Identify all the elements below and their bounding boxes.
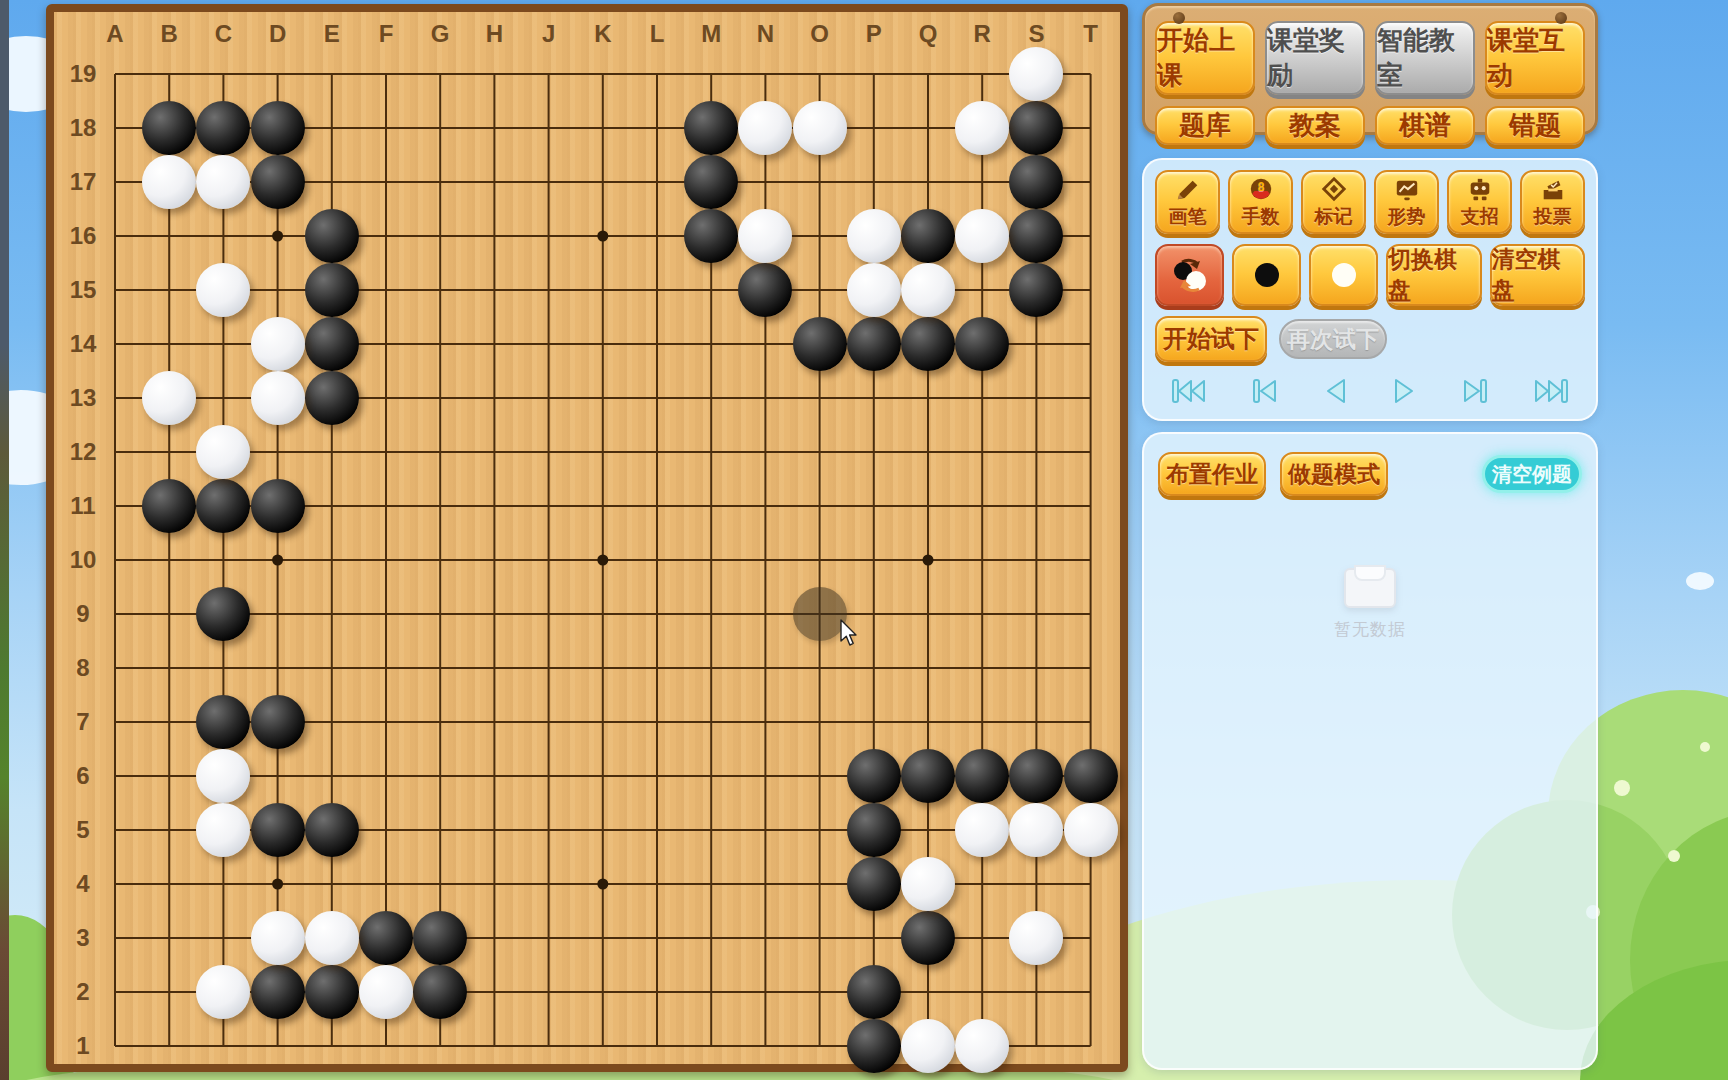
go-first-icon[interactable] xyxy=(1169,374,1209,408)
black-stone-E13 xyxy=(305,371,359,425)
black-stone-D7 xyxy=(251,695,305,749)
row-label: 1 xyxy=(76,1032,89,1060)
white-stone-N16 xyxy=(738,209,792,263)
white-stone-C6 xyxy=(196,749,250,803)
tool-label: 投票 xyxy=(1534,204,1572,230)
white-stone-S3 xyxy=(1009,911,1063,965)
territory-icon xyxy=(1393,177,1421,203)
row-label: 8 xyxy=(76,654,89,682)
column-label: G xyxy=(431,20,450,48)
screen-edge-strip xyxy=(0,0,9,1080)
switch-board-button[interactable]: 切换棋盘 xyxy=(1386,244,1482,306)
white-stone-D14 xyxy=(251,317,305,371)
column-label: F xyxy=(379,20,394,48)
empty-state-text: 暂无数据 xyxy=(1334,618,1406,641)
white-stone-R5 xyxy=(955,803,1009,857)
black-stone-C11 xyxy=(196,479,250,533)
vote-tool-button[interactable]: 投票 xyxy=(1520,170,1585,234)
move-number-tool-button[interactable]: 8 手数 xyxy=(1228,170,1293,234)
black-stone-S15 xyxy=(1009,263,1063,317)
black-stone-P4 xyxy=(847,857,901,911)
column-label: M xyxy=(701,20,721,48)
star-point xyxy=(597,231,608,242)
white-stone-F2 xyxy=(359,965,413,1019)
black-stone-S16 xyxy=(1009,209,1063,263)
game-record-button[interactable]: 棋谱 xyxy=(1375,106,1475,145)
column-label: Q xyxy=(919,20,938,48)
white-stone-B13 xyxy=(142,371,196,425)
step-forward-icon[interactable] xyxy=(1390,374,1418,408)
star-point xyxy=(597,879,608,890)
pencil-icon xyxy=(1174,177,1202,203)
black-stone-M17 xyxy=(684,155,738,209)
black-stone-C9 xyxy=(196,587,250,641)
tool-label: 画笔 xyxy=(1169,204,1207,230)
homework-panel: 布置作业 做题模式 清空例题 暂无数据 xyxy=(1142,432,1598,1070)
black-stone-T6 xyxy=(1064,749,1118,803)
column-label: H xyxy=(486,20,503,48)
row-label: 4 xyxy=(76,870,89,898)
tool-label: 形势 xyxy=(1388,204,1426,230)
black-stone-G2 xyxy=(413,965,467,1019)
white-stone-Q4 xyxy=(901,857,955,911)
black-stone-O14 xyxy=(793,317,847,371)
column-label: J xyxy=(542,20,555,48)
white-stone-C12 xyxy=(196,425,250,479)
white-stone-P16 xyxy=(847,209,901,263)
column-label: K xyxy=(594,20,611,48)
black-stone-B18 xyxy=(142,101,196,155)
start-trial-button[interactable]: 开始试下 xyxy=(1155,316,1267,362)
black-stone-S6 xyxy=(1009,749,1063,803)
column-label: B xyxy=(161,20,178,48)
white-stone-D13 xyxy=(251,371,305,425)
white-stone-R1 xyxy=(955,1019,1009,1073)
column-label: S xyxy=(1028,20,1044,48)
column-label: L xyxy=(650,20,665,48)
white-stone-R16 xyxy=(955,209,1009,263)
white-stone-B17 xyxy=(142,155,196,209)
black-stone-S18 xyxy=(1009,101,1063,155)
hint-tool-button[interactable]: 支招 xyxy=(1447,170,1512,234)
tool-label: 标记 xyxy=(1315,204,1353,230)
pencil-tool-button[interactable]: 画笔 xyxy=(1155,170,1220,234)
star-point xyxy=(597,555,608,566)
black-stone-P2 xyxy=(847,965,901,1019)
row-label: 9 xyxy=(76,600,89,628)
black-stone-P14 xyxy=(847,317,901,371)
retry-trial-button[interactable]: 再次试下 xyxy=(1279,319,1387,359)
black-stone-Q14 xyxy=(901,317,955,371)
row-label: 7 xyxy=(76,708,89,736)
white-stone-T5 xyxy=(1064,803,1118,857)
black-stone-D2 xyxy=(251,965,305,1019)
svg-text:8: 8 xyxy=(1257,180,1264,194)
black-stone-E16 xyxy=(305,209,359,263)
territory-tool-button[interactable]: 形势 xyxy=(1374,170,1439,234)
white-stone-Q1 xyxy=(901,1019,955,1073)
white-stone-C5 xyxy=(196,803,250,857)
nail-icon xyxy=(1173,12,1185,24)
row-label: 16 xyxy=(70,222,97,250)
assign-homework-button[interactable]: 布置作业 xyxy=(1158,452,1266,496)
hint-robot-icon xyxy=(1466,177,1494,203)
class-reward-button[interactable]: 课堂奖励 xyxy=(1265,21,1365,95)
white-stone-C17 xyxy=(196,155,250,209)
black-stone-P5 xyxy=(847,803,901,857)
clear-board-button[interactable]: 清空棋盘 xyxy=(1490,244,1586,306)
vote-icon xyxy=(1539,177,1567,203)
row-label: 15 xyxy=(70,276,97,304)
mouse-cursor xyxy=(836,618,862,648)
black-stone-R14 xyxy=(955,317,1009,371)
black-stone-D17 xyxy=(251,155,305,209)
white-stone-C15 xyxy=(196,263,250,317)
column-label: E xyxy=(324,20,340,48)
black-stone-E15 xyxy=(305,263,359,317)
white-stone-S5 xyxy=(1009,803,1063,857)
row-label: 17 xyxy=(70,168,97,196)
star-point xyxy=(272,879,283,890)
mark-icon xyxy=(1320,177,1348,203)
practice-mode-button[interactable]: 做题模式 xyxy=(1280,452,1388,496)
tool-label: 支招 xyxy=(1461,204,1499,230)
black-stone-C7 xyxy=(196,695,250,749)
alternate-stone-mode-button[interactable] xyxy=(1155,244,1224,306)
tools-panel: 画笔 8 手数 标记 形势 xyxy=(1142,158,1598,421)
black-stone-D18 xyxy=(251,101,305,155)
row-label: 11 xyxy=(70,492,95,520)
white-stone-O18 xyxy=(793,101,847,155)
black-stone-D11 xyxy=(251,479,305,533)
black-stone-B11 xyxy=(142,479,196,533)
column-label: A xyxy=(106,20,123,48)
cloud xyxy=(1686,572,1714,590)
black-stone-P6 xyxy=(847,749,901,803)
black-stone-M16 xyxy=(684,209,738,263)
black-stone-Q16 xyxy=(901,209,955,263)
alternate-stones-icon xyxy=(1170,255,1210,295)
black-stone-R6 xyxy=(955,749,1009,803)
class-panel: 开始上课 课堂奖励 智能教室 课堂互动 题库 教案 棋谱 错题 xyxy=(1142,3,1598,135)
column-label: D xyxy=(269,20,286,48)
tool-label: 手数 xyxy=(1242,204,1280,230)
row-label: 6 xyxy=(76,762,89,790)
go-next-icon[interactable] xyxy=(1459,374,1491,408)
white-stone-icon xyxy=(1328,259,1360,291)
white-stone-R18 xyxy=(955,101,1009,155)
white-stone-C2 xyxy=(196,965,250,1019)
black-stone-D5 xyxy=(251,803,305,857)
black-stone-S17 xyxy=(1009,155,1063,209)
black-stone-Q6 xyxy=(901,749,955,803)
row-label: 13 xyxy=(70,384,97,412)
column-label: R xyxy=(974,20,991,48)
black-stone-E14 xyxy=(305,317,359,371)
step-back-icon[interactable] xyxy=(1322,374,1350,408)
white-stone-Q15 xyxy=(901,263,955,317)
row-label: 10 xyxy=(70,546,97,574)
row-label: 14 xyxy=(70,330,97,358)
nail-icon xyxy=(1555,12,1567,24)
clear-examples-button[interactable]: 清空例题 xyxy=(1482,455,1582,493)
white-stone-mode-button[interactable] xyxy=(1309,244,1378,306)
row-label: 12 xyxy=(70,438,97,466)
black-stone-icon xyxy=(1251,259,1283,291)
go-prev-icon[interactable] xyxy=(1249,374,1281,408)
star-point xyxy=(923,555,934,566)
lesson-plan-button[interactable]: 教案 xyxy=(1265,106,1365,145)
column-label: T xyxy=(1083,20,1098,48)
black-stone-E5 xyxy=(305,803,359,857)
black-stone-Q3 xyxy=(901,911,955,965)
black-stone-mode-button[interactable] xyxy=(1232,244,1301,306)
black-stone-N15 xyxy=(738,263,792,317)
go-last-icon[interactable] xyxy=(1531,374,1571,408)
move-number-icon: 8 xyxy=(1247,177,1275,203)
column-label: C xyxy=(215,20,232,48)
column-label: N xyxy=(757,20,774,48)
go-teaching-app: { "game": "go", "board": { "size": 19, "… xyxy=(0,0,1728,1080)
smart-classroom-button[interactable]: 智能教室 xyxy=(1375,21,1475,95)
column-label: O xyxy=(810,20,829,48)
column-label: P xyxy=(866,20,882,48)
black-stone-C18 xyxy=(196,101,250,155)
white-stone-S19 xyxy=(1009,47,1063,101)
go-board[interactable]: ABCDEFGHJKLMNOPQRST191817161514131211109… xyxy=(46,4,1128,1072)
white-stone-N18 xyxy=(738,101,792,155)
question-bank-button[interactable]: 题库 xyxy=(1155,106,1255,145)
row-label: 18 xyxy=(70,114,97,142)
empty-inbox-icon xyxy=(1344,568,1396,608)
black-stone-E2 xyxy=(305,965,359,1019)
white-stone-D3 xyxy=(251,911,305,965)
mark-tool-button[interactable]: 标记 xyxy=(1301,170,1366,234)
row-label: 2 xyxy=(76,978,89,1006)
black-stone-M18 xyxy=(684,101,738,155)
empty-state: 暂无数据 xyxy=(1158,568,1582,641)
row-label: 19 xyxy=(70,60,97,88)
class-interact-button[interactable]: 课堂互动 xyxy=(1485,21,1585,95)
star-point xyxy=(272,231,283,242)
black-stone-P1 xyxy=(847,1019,901,1073)
white-stone-E3 xyxy=(305,911,359,965)
row-label: 5 xyxy=(76,816,89,844)
start-class-button[interactable]: 开始上课 xyxy=(1155,21,1255,95)
row-label: 3 xyxy=(76,924,89,952)
black-stone-F3 xyxy=(359,911,413,965)
white-stone-P15 xyxy=(847,263,901,317)
wrong-question-button[interactable]: 错题 xyxy=(1485,106,1585,145)
star-point xyxy=(272,555,283,566)
black-stone-G3 xyxy=(413,911,467,965)
